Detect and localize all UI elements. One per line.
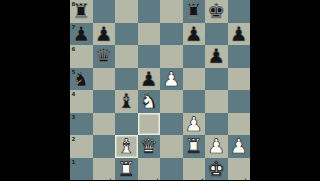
piece-black-pawn-d5: ♟ bbox=[138, 68, 161, 91]
screenshot-stage: 8♜♜♚7♟♟♟♟6♛♟5♞♟♟4♝♞3♟2♝♛♜♟♟1abc♜defg♚h bbox=[0, 0, 320, 180]
file-label-h: h bbox=[245, 178, 249, 181]
square-h2[interactable]: ♟ bbox=[228, 135, 251, 158]
square-g5[interactable] bbox=[205, 68, 228, 91]
square-e5[interactable]: ♟ bbox=[160, 68, 183, 91]
square-f3[interactable]: ♟ bbox=[183, 113, 206, 136]
square-d7[interactable] bbox=[138, 23, 161, 46]
piece-black-rook-a8: ♜ bbox=[70, 0, 93, 23]
rank-label-2: 2 bbox=[72, 136, 76, 142]
square-b3[interactable] bbox=[93, 113, 116, 136]
file-label-a: a bbox=[87, 178, 91, 181]
square-c7[interactable] bbox=[115, 23, 138, 46]
square-a3[interactable]: 3 bbox=[70, 113, 93, 136]
square-b1[interactable]: b bbox=[93, 158, 116, 181]
piece-black-bishop-c4: ♝ bbox=[115, 90, 138, 113]
square-c8[interactable] bbox=[115, 0, 138, 23]
file-label-e: e bbox=[177, 178, 181, 181]
square-d4[interactable]: ♞ bbox=[138, 90, 161, 113]
square-h3[interactable] bbox=[228, 113, 251, 136]
rank-label-3: 3 bbox=[72, 114, 76, 120]
file-label-f: f bbox=[201, 178, 203, 181]
rank-label-1: 1 bbox=[72, 159, 76, 165]
square-h4[interactable] bbox=[228, 90, 251, 113]
piece-black-pawn-f7: ♟ bbox=[183, 23, 206, 46]
piece-white-rook-f2: ♜ bbox=[183, 135, 206, 158]
square-a2[interactable]: 2 bbox=[70, 135, 93, 158]
square-c5[interactable] bbox=[115, 68, 138, 91]
piece-white-pawn-g2: ♟ bbox=[205, 135, 228, 158]
square-d5[interactable]: ♟ bbox=[138, 68, 161, 91]
square-a4[interactable]: 4 bbox=[70, 90, 93, 113]
square-f1[interactable]: f bbox=[183, 158, 206, 181]
square-h5[interactable] bbox=[228, 68, 251, 91]
square-e1[interactable]: e bbox=[160, 158, 183, 181]
square-f5[interactable] bbox=[183, 68, 206, 91]
square-f6[interactable] bbox=[183, 45, 206, 68]
rank-label-4: 4 bbox=[72, 91, 76, 97]
square-a1[interactable]: 1a bbox=[70, 158, 93, 181]
square-h1[interactable]: h bbox=[228, 158, 251, 181]
piece-white-knight-d4: ♞ bbox=[138, 90, 161, 113]
square-d3[interactable] bbox=[138, 113, 161, 136]
square-e7[interactable] bbox=[160, 23, 183, 46]
rank-label-6: 6 bbox=[72, 46, 76, 52]
square-b8[interactable] bbox=[93, 0, 116, 23]
square-c3[interactable] bbox=[115, 113, 138, 136]
square-b5[interactable] bbox=[93, 68, 116, 91]
square-c1[interactable]: c♜ bbox=[115, 158, 138, 181]
square-b7[interactable]: ♟ bbox=[93, 23, 116, 46]
piece-white-pawn-e5: ♟ bbox=[160, 68, 183, 91]
square-e2[interactable] bbox=[160, 135, 183, 158]
square-d2[interactable]: ♛ bbox=[138, 135, 161, 158]
square-g4[interactable] bbox=[205, 90, 228, 113]
piece-black-rook-f8: ♜ bbox=[183, 0, 206, 23]
piece-black-queen-b6: ♛ bbox=[93, 45, 116, 68]
square-c4[interactable]: ♝ bbox=[115, 90, 138, 113]
square-h7[interactable]: ♟ bbox=[228, 23, 251, 46]
piece-black-pawn-h7: ♟ bbox=[228, 23, 251, 46]
square-d8[interactable] bbox=[138, 0, 161, 23]
piece-black-pawn-g6: ♟ bbox=[205, 45, 228, 68]
square-f4[interactable] bbox=[183, 90, 206, 113]
file-label-c: c bbox=[133, 178, 136, 181]
square-f7[interactable]: ♟ bbox=[183, 23, 206, 46]
file-label-g: g bbox=[222, 178, 226, 181]
square-h6[interactable] bbox=[228, 45, 251, 68]
square-e6[interactable] bbox=[160, 45, 183, 68]
square-h8[interactable] bbox=[228, 0, 251, 23]
square-g6[interactable]: ♟ bbox=[205, 45, 228, 68]
rank-label-5: 5 bbox=[72, 69, 76, 75]
square-b2[interactable] bbox=[93, 135, 116, 158]
piece-white-king-g1: ♚ bbox=[205, 158, 228, 181]
letterbox-right bbox=[250, 0, 320, 180]
piece-white-bishop-c2: ♝ bbox=[115, 135, 138, 158]
square-c6[interactable] bbox=[115, 45, 138, 68]
piece-white-pawn-h2: ♟ bbox=[228, 135, 251, 158]
rank-label-7: 7 bbox=[72, 24, 76, 30]
square-e4[interactable] bbox=[160, 90, 183, 113]
square-d6[interactable] bbox=[138, 45, 161, 68]
square-g1[interactable]: g♚ bbox=[205, 158, 228, 181]
square-e3[interactable] bbox=[160, 113, 183, 136]
piece-white-pawn-f3: ♟ bbox=[183, 113, 206, 136]
square-g2[interactable]: ♟ bbox=[205, 135, 228, 158]
square-a7[interactable]: 7♟ bbox=[70, 23, 93, 46]
piece-black-pawn-a7: ♟ bbox=[70, 23, 93, 46]
square-a5[interactable]: 5♞ bbox=[70, 68, 93, 91]
square-b6[interactable]: ♛ bbox=[93, 45, 116, 68]
square-e8[interactable] bbox=[160, 0, 183, 23]
piece-black-pawn-b7: ♟ bbox=[93, 23, 116, 46]
square-d1[interactable]: d bbox=[138, 158, 161, 181]
letterbox-left bbox=[0, 0, 70, 180]
square-g3[interactable] bbox=[205, 113, 228, 136]
file-label-d: d bbox=[155, 178, 159, 181]
square-g7[interactable] bbox=[205, 23, 228, 46]
piece-white-queen-d2: ♛ bbox=[138, 135, 161, 158]
rank-label-8: 8 bbox=[72, 1, 76, 7]
piece-black-knight-a5: ♞ bbox=[70, 68, 93, 91]
square-c2[interactable]: ♝ bbox=[115, 135, 138, 158]
piece-white-rook-c1: ♜ bbox=[115, 158, 138, 181]
square-a6[interactable]: 6 bbox=[70, 45, 93, 68]
piece-black-king-g8: ♚ bbox=[205, 0, 228, 23]
square-a8[interactable]: 8♜ bbox=[70, 0, 93, 23]
square-f2[interactable]: ♜ bbox=[183, 135, 206, 158]
file-label-b: b bbox=[110, 178, 114, 181]
square-g8[interactable]: ♚ bbox=[205, 0, 228, 23]
square-b4[interactable] bbox=[93, 90, 116, 113]
square-f8[interactable]: ♜ bbox=[183, 0, 206, 23]
chess-board: 8♜♜♚7♟♟♟♟6♛♟5♞♟♟4♝♞3♟2♝♛♜♟♟1abc♜defg♚h bbox=[70, 0, 250, 180]
